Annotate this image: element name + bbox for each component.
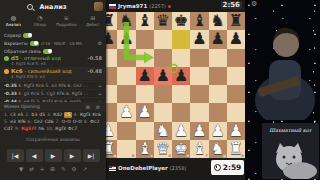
bottom-player-rating: (2358) — [170, 165, 187, 171]
square-f4[interactable] — [190, 85, 208, 103]
move-number: 5. — [4, 119, 8, 125]
analysis-side-panel: Анализ ◎Анализ◔Обзор≡Подробно⊞Дебют Серв… — [0, 0, 106, 180]
engine-variation[interactable]: -0.334. g3 Кc6 5. Сg2 Кf6 6. Кgf3 …+ — [0, 89, 106, 97]
bottom-player-bar: OneDebelPlayer (2358) 2:59 — [106, 158, 245, 180]
square-d1[interactable]: ♛d — [154, 140, 172, 158]
white-pawn-f2[interactable]: ♟ — [190, 122, 208, 140]
square-c4[interactable] — [136, 85, 154, 103]
move-number: 3. — [47, 112, 51, 118]
move[interactable]: O-O — [62, 119, 71, 125]
square-b8[interactable]: ♞ — [117, 12, 135, 30]
bottom-player: OneDebelPlayer (2358) — [109, 165, 186, 171]
tab-Анализ[interactable]: ◎Анализ — [0, 13, 27, 30]
black-pawn-f7[interactable]: ♟ — [190, 30, 208, 48]
square-e5[interactable]: ♟ — [172, 67, 190, 85]
square-f5[interactable] — [190, 67, 208, 85]
move[interactable]: Фc7 — [68, 126, 77, 132]
square-g4[interactable] — [209, 85, 227, 103]
black-queen-d8[interactable]: ♛ — [154, 12, 172, 30]
top-player: Jryma971 (2257) — [109, 3, 171, 9]
square-b1[interactable]: b — [117, 140, 135, 158]
square-h2[interactable]: ♟ — [227, 122, 245, 140]
chess-board[interactable]: ♜♞♝♛♚♝♞♜♟♟♟♟♟♟♟♟♟♟♟♞♟♟♟♟♜ab♝c♛d♚e♝f♞g♜h — [99, 12, 245, 158]
square-c2[interactable] — [136, 122, 154, 140]
avatar[interactable] — [94, 2, 103, 11]
opening-icons[interactable]: ⊞ ⚙ — [86, 104, 102, 110]
lines-toggle[interactable] — [30, 41, 39, 46]
forward-button[interactable]: ▶ — [64, 149, 81, 162]
square-d2[interactable]: ♞ — [154, 122, 172, 140]
file-label-a: a — [114, 153, 117, 158]
black-pawn-e5[interactable]: ♟ — [172, 67, 190, 85]
black-knight-b8[interactable]: ♞ — [117, 12, 135, 30]
black-rook-h8[interactable]: ♜ — [227, 12, 245, 30]
played-move-row[interactable]: d5 · отличный ход -0.58 4. Кgf3 Кc6 5. e… — [0, 54, 106, 67]
top-player-name: Jryma971 — [118, 3, 147, 9]
black-knight-g8[interactable]: ♞ — [209, 12, 227, 30]
panel-header: Анализ — [0, 0, 106, 13]
move[interactable]: Кc6 — [92, 112, 101, 118]
setting-lines: Варианты sf-16 · NNUE · 18 Мб ⚙ — [4, 39, 102, 47]
square-g2[interactable]: ♟ — [209, 122, 227, 140]
usa-flag-icon — [109, 166, 116, 171]
move[interactable]: Сd7 — [4, 126, 13, 132]
move[interactable]: h6 — [38, 126, 44, 132]
square-e7[interactable] — [172, 30, 190, 48]
square-g1[interactable]: ♞g — [209, 140, 227, 158]
move[interactable]: e3 — [10, 119, 16, 125]
black-pawn-c5[interactable]: ♟ — [136, 67, 154, 85]
square-c8[interactable]: ♝ — [136, 12, 154, 30]
square-c7[interactable] — [136, 30, 154, 48]
black-king-e8[interactable]: ♚ — [172, 12, 190, 30]
black-bishop-f8[interactable]: ♝ — [190, 12, 208, 30]
black-pawn-h7[interactable]: ♟ — [227, 30, 245, 48]
black-bishop-c8[interactable]: ♝ — [136, 12, 154, 30]
setting-server: Сервер — [4, 31, 102, 39]
square-d5[interactable]: ♟ — [154, 67, 172, 85]
square-e4[interactable] — [172, 85, 190, 103]
engine-gear-icon[interactable]: ⚙ — [98, 40, 102, 46]
flip-board-icon[interactable]: ⇄ — [29, 166, 34, 172]
black-pawn-b7[interactable]: ♟ — [117, 30, 135, 48]
move-number: 8. — [84, 119, 88, 125]
tab-Дебют[interactable]: ⊞Дебют — [80, 13, 107, 30]
played-move-eval: -0.58 — [88, 55, 102, 61]
move[interactable]: c5 — [64, 112, 71, 118]
server-toggle[interactable] — [23, 33, 32, 38]
white-pawn-h2[interactable]: ♟ — [227, 122, 245, 140]
file-label-c: c — [150, 153, 152, 158]
move-number: 10. — [46, 126, 53, 132]
panel-tabs: ◎Анализ◔Обзор≡Подробно⊞Дебют — [0, 13, 106, 30]
move[interactable]: Кgf3 — [55, 126, 66, 132]
square-h5[interactable] — [227, 67, 245, 85]
best-move-eval: -0.48 — [88, 68, 102, 74]
russia-flag-icon — [109, 4, 116, 9]
feedback-toggle[interactable] — [43, 49, 52, 54]
streamer-silhouette — [249, 4, 315, 120]
square-g3[interactable] — [209, 103, 227, 121]
saved-analyses-link[interactable]: Сохранённые анализы — [0, 137, 106, 142]
move-quality-dot-green — [4, 56, 9, 61]
opening-row[interactable]: Mieses Opening ⊞ ⚙ — [0, 102, 106, 111]
move[interactable]: c3 — [10, 112, 15, 118]
download-icon[interactable]: ▼ — [19, 166, 23, 172]
bottom-player-clock: 2:59 — [211, 160, 244, 175]
top-player-flair-icon — [168, 5, 171, 8]
share-icon[interactable]: ↗ — [83, 166, 88, 172]
square-h1[interactable]: ♜h — [227, 140, 245, 158]
played-move-line: 4. Кgf3 Кc6 5. e3 — [0, 61, 106, 66]
tab-label: Анализ — [0, 22, 27, 27]
white-pawn-b3[interactable]: ♟ — [117, 103, 135, 121]
square-f7[interactable]: ♟ — [190, 30, 208, 48]
bottom-clock-time: 2:59 — [223, 163, 242, 172]
square-f1[interactable]: ♝f — [190, 140, 208, 158]
move-number: 2. — [25, 112, 29, 118]
square-d4[interactable] — [154, 85, 172, 103]
file-label-g: g — [223, 153, 226, 158]
move-list: 1.c3e52.b3d53.Кd2c54.Кgf3Кc65.e3Кf66.Сe2… — [4, 112, 102, 136]
move-number: 4. — [74, 112, 78, 118]
square-e8[interactable]: ♚ — [172, 12, 190, 30]
black-pawn-d5[interactable]: ♟ — [154, 67, 172, 85]
square-h3[interactable] — [227, 103, 245, 121]
square-h8[interactable]: ♜ — [227, 12, 245, 30]
square-h6[interactable] — [227, 49, 245, 67]
toolbar-icons: ▼⇄+⊞✎⚙↗ — [0, 166, 106, 172]
square-g7[interactable]: ♟ — [209, 30, 227, 48]
add-icon[interactable]: + — [40, 166, 45, 172]
square-b3[interactable]: ♟ — [117, 103, 135, 121]
white-pawn-g2[interactable]: ♟ — [209, 122, 227, 140]
move-number: 6. — [28, 119, 32, 125]
best-move-row[interactable]: Кc6 · сильнейший ход -0.48 4. Кgf3 Кf6 5… — [0, 67, 106, 80]
setting-label: Обратная связь — [4, 49, 41, 54]
play-button[interactable]: ▶ — [45, 149, 62, 162]
tab-icon: ◎ — [0, 14, 27, 22]
square-h4[interactable] — [227, 85, 245, 103]
channel-logo-text: Шахматный кот — [262, 127, 319, 133]
gear-icon[interactable]: ⚙ — [72, 166, 77, 172]
square-g5[interactable] — [209, 67, 227, 85]
clock-icon — [214, 164, 221, 171]
square-d3[interactable] — [154, 103, 172, 121]
channel-cat-logo: Шахматный кот — [262, 123, 319, 179]
move-quality-dot-orange — [4, 69, 9, 74]
tab-label: Подробно — [53, 22, 80, 27]
square-g8[interactable]: ♞ — [209, 12, 227, 30]
tab-label: Обзор — [27, 22, 54, 27]
edit-icon[interactable]: ✎ — [61, 166, 66, 172]
tab-icon: ◔ — [27, 14, 54, 22]
chess-analysis-screen: { "app": {"title": "Анализ"}, "game": "c… — [0, 0, 320, 180]
back-button[interactable]: ◀ — [26, 149, 43, 162]
square-b4[interactable] — [117, 85, 135, 103]
square-e6[interactable] — [172, 49, 190, 67]
square-c6[interactable] — [136, 49, 154, 67]
move-number: 7. — [56, 119, 60, 125]
webcam-stream: ⚙ Шахматный кот — [245, 0, 320, 180]
square-b6[interactable] — [117, 49, 135, 67]
setting-label: Сервер — [4, 33, 21, 38]
square-f3[interactable] — [190, 103, 208, 121]
move[interactable]: Кd2 — [53, 112, 62, 118]
move[interactable]: b3 — [32, 112, 38, 118]
move[interactable]: O-O — [73, 119, 82, 125]
board-editor-icon[interactable]: ⊞ — [50, 166, 55, 172]
go-start-button[interactable]: |◀ — [7, 149, 24, 162]
move[interactable]: Фc2 — [90, 119, 99, 125]
panel-title: Анализ — [0, 3, 106, 11]
file-label-h: h — [241, 153, 244, 158]
move[interactable]: Сd6 — [45, 119, 54, 125]
square-f8[interactable]: ♝ — [190, 12, 208, 30]
last-move-highlight — [172, 30, 190, 48]
move[interactable]: Кgf3 — [80, 112, 91, 118]
move[interactable]: Кg5?? — [21, 126, 36, 132]
engine-variation[interactable]: -0.354. Кgf3 Кc6 5. e3 Кf6 6. Сe2 …+ — [0, 81, 106, 89]
opening-name: Mieses Opening — [4, 104, 40, 109]
move[interactable]: Сe2 — [34, 119, 43, 125]
square-h7[interactable]: ♟ — [227, 30, 245, 48]
file-label-b: b — [132, 153, 135, 158]
move[interactable]: Кf6 — [18, 119, 26, 125]
move-number: 1. — [4, 112, 8, 118]
tab-Обзор[interactable]: ◔Обзор — [27, 13, 54, 30]
square-c1[interactable]: ♝c — [136, 140, 154, 158]
square-e1[interactable]: ♚e — [172, 140, 190, 158]
white-knight-d2[interactable]: ♞ — [154, 122, 172, 140]
engine-detail: sf-16 · NNUE · 18 Мб — [41, 41, 82, 46]
tab-Подробно[interactable]: ≡Подробно — [53, 13, 80, 30]
file-label-e: e — [187, 153, 190, 158]
square-d6[interactable] — [154, 49, 172, 67]
square-f2[interactable]: ♟ — [190, 122, 208, 140]
move[interactable]: d5 — [39, 112, 45, 118]
square-b2[interactable] — [117, 122, 135, 140]
top-player-rating: (2257) — [149, 3, 166, 9]
square-e3[interactable] — [172, 103, 190, 121]
square-b7[interactable]: ♟ — [117, 30, 135, 48]
tab-label: Дебют — [80, 22, 107, 27]
square-g6[interactable] — [209, 49, 227, 67]
tab-icon: ⊞ — [80, 14, 107, 22]
move[interactable]: e5 — [18, 112, 24, 118]
move-number: 9. — [15, 126, 19, 132]
analysis-settings: Сервер Варианты sf-16 · NNUE · 18 Мб ⚙ О… — [4, 31, 102, 55]
black-pawn-g7[interactable]: ♟ — [209, 30, 227, 48]
square-b5[interactable] — [117, 67, 135, 85]
square-c3[interactable]: ♟ — [136, 103, 154, 121]
square-d7[interactable] — [154, 30, 172, 48]
square-c5[interactable]: ♟ — [136, 67, 154, 85]
playback-controls: |◀◀▶▶▶| — [0, 147, 106, 164]
file-label-f: f — [206, 153, 208, 158]
setting-label: Варианты — [4, 41, 28, 46]
square-f6[interactable] — [190, 49, 208, 67]
square-d8[interactable]: ♛ — [154, 12, 172, 30]
best-move-line: 4. Кgf3 Кf6 5. e3 — [0, 74, 106, 79]
go-end-button[interactable]: ▶| — [83, 149, 100, 162]
white-pawn-e2[interactable]: ♟ — [172, 122, 190, 140]
square-e2[interactable]: ♟ — [172, 122, 190, 140]
tab-icon: ≡ — [53, 14, 80, 22]
top-player-clock: 2:56 — [221, 1, 242, 9]
file-label-d: d — [168, 153, 171, 158]
white-pawn-c3[interactable]: ♟ — [136, 103, 154, 121]
bottom-player-name: OneDebelPlayer — [118, 165, 168, 171]
